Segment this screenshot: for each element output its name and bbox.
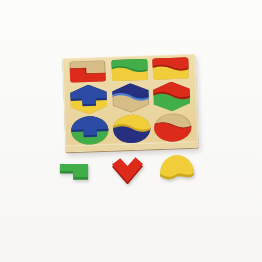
board-cell-r3c1-circle[interactable] [69,115,110,146]
puzzle-board [62,54,198,153]
hexagon-bottom-chevron-piece[interactable] [111,156,144,184]
board-cell-r1c3-square[interactable] [151,56,191,81]
board-cell-r1c2-square[interactable] [109,57,149,82]
board-cell-r3c3-circle[interactable] [153,112,194,143]
square-top-step-piece[interactable] [59,161,89,182]
board-cell-r1c1-square[interactable] [67,59,107,84]
product-photo-background [0,0,262,262]
board-cell-r2c2-hexagon[interactable] [110,82,151,113]
circle-top-wave-piece[interactable] [159,154,195,181]
board-cell-r2c3-hexagon[interactable] [152,81,193,112]
board-cell-r3c2-circle[interactable] [111,113,152,144]
puzzle-board-grid [62,54,198,147]
board-cell-r2c1-hexagon[interactable] [68,84,109,115]
